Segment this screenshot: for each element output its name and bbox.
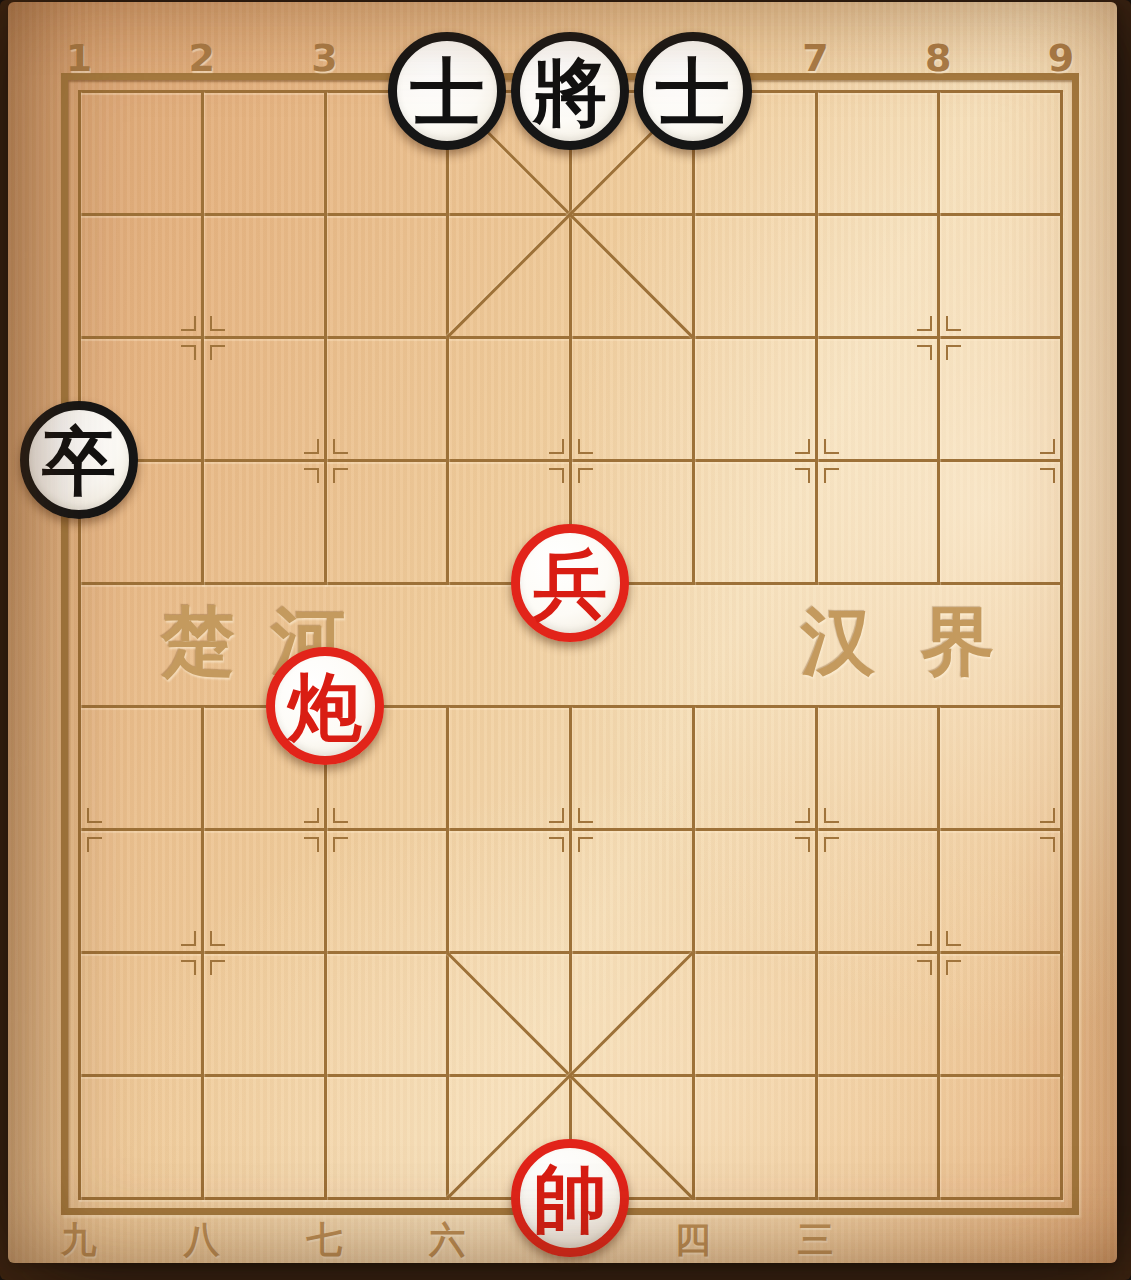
point-mark-3-3-br (333, 468, 348, 483)
xiangqi-screenshot: 123456789九八七六五四三二一楚河汉界 士將士卒兵炮帥 (0, 0, 1131, 1280)
grid-line-v-3-1 (324, 705, 327, 1200)
point-mark-7-6-bl (795, 837, 810, 852)
point-mark-3-6-tr (333, 808, 348, 823)
black-general[interactable]: 將 (511, 32, 629, 150)
top-file-label-2: 2 (189, 36, 215, 80)
black-advisor-left-glyph: 士 (397, 41, 497, 141)
point-mark-8-7-br (946, 960, 961, 975)
point-mark-7-6-tr (824, 808, 839, 823)
bottom-file-label-6: 四 (675, 1216, 711, 1265)
red-general[interactable]: 帥 (511, 1139, 629, 1257)
red-general-glyph: 帥 (520, 1148, 620, 1248)
point-mark-2-2-br (210, 345, 225, 360)
grid-line-v-3-0 (324, 90, 327, 585)
point-mark-3-6-bl (304, 837, 319, 852)
point-mark-2-7-br (210, 960, 225, 975)
red-cannon-glyph: 炮 (275, 656, 375, 756)
point-mark-8-2-tl (917, 316, 932, 331)
point-mark-9-6-tl (1040, 808, 1055, 823)
grid-line-v-8-1 (937, 705, 940, 1200)
grid-line-v-7-0 (815, 90, 818, 585)
point-mark-8-7-bl (917, 960, 932, 975)
grid-line-v-2-0 (201, 90, 204, 585)
top-file-label-3: 3 (311, 36, 337, 80)
point-mark-2-2-tr (210, 316, 225, 331)
black-advisor-right[interactable]: 士 (634, 32, 752, 150)
black-advisor-right-glyph: 士 (643, 41, 743, 141)
point-mark-3-3-tr (333, 439, 348, 454)
point-mark-8-2-bl (917, 345, 932, 360)
point-mark-8-7-tl (917, 931, 932, 946)
black-general-glyph: 將 (520, 41, 620, 141)
point-mark-5-6-tr (578, 808, 593, 823)
point-mark-5-3-tr (578, 439, 593, 454)
point-mark-7-3-tl (795, 439, 810, 454)
top-file-label-9: 9 (1048, 36, 1074, 80)
point-mark-5-3-tl (549, 439, 564, 454)
point-mark-7-3-bl (795, 468, 810, 483)
point-mark-7-6-br (824, 837, 839, 852)
point-mark-2-7-tl (181, 931, 196, 946)
grid-line-v-1-0 (78, 90, 81, 1200)
point-mark-5-3-br (578, 468, 593, 483)
point-mark-7-3-br (824, 468, 839, 483)
point-mark-8-2-tr (946, 316, 961, 331)
top-file-label-8: 8 (925, 36, 951, 80)
point-mark-3-3-tl (304, 439, 319, 454)
red-soldier[interactable]: 兵 (511, 524, 629, 642)
grid-line-v-9-0 (1060, 90, 1063, 1200)
point-mark-1-6-tr (87, 808, 102, 823)
grid-line-v-2-1 (201, 705, 204, 1200)
black-soldier-glyph: 卒 (29, 410, 129, 510)
river-left-char-0: 楚 (161, 593, 235, 693)
point-mark-7-6-tl (795, 808, 810, 823)
black-advisor-left[interactable]: 士 (388, 32, 506, 150)
black-soldier[interactable]: 卒 (20, 401, 138, 519)
bottom-file-label-3: 七 (307, 1216, 343, 1265)
point-mark-9-3-bl (1040, 468, 1055, 483)
point-mark-5-6-br (578, 837, 593, 852)
point-mark-8-7-tr (946, 931, 961, 946)
bottom-file-label-7: 三 (798, 1216, 834, 1265)
point-mark-2-2-bl (181, 345, 196, 360)
bottom-file-label-1: 九 (61, 1216, 97, 1265)
top-file-label-1: 1 (66, 36, 92, 80)
point-mark-5-6-bl (549, 837, 564, 852)
grid-line-v-5-1 (569, 705, 572, 1200)
point-mark-3-6-br (333, 837, 348, 852)
point-mark-2-7-tr (210, 931, 225, 946)
point-mark-1-6-br (87, 837, 102, 852)
top-file-label-7: 7 (802, 36, 828, 80)
grid-line-v-5-0 (569, 90, 572, 585)
river-right-char-1: 界 (921, 593, 995, 693)
grid-line-v-8-0 (937, 90, 940, 585)
bottom-file-label-2: 八 (184, 1216, 220, 1265)
red-cannon[interactable]: 炮 (266, 647, 384, 765)
grid-line-v-7-1 (815, 705, 818, 1200)
point-mark-9-6-bl (1040, 837, 1055, 852)
point-mark-5-6-tl (549, 808, 564, 823)
bottom-file-label-4: 六 (429, 1216, 465, 1265)
point-mark-9-3-tl (1040, 439, 1055, 454)
point-mark-7-3-tr (824, 439, 839, 454)
river-right-char-0: 汉 (801, 593, 875, 693)
red-soldier-glyph: 兵 (520, 533, 620, 633)
point-mark-3-3-bl (304, 468, 319, 483)
xiangqi-board[interactable]: 123456789九八七六五四三二一楚河汉界 士將士卒兵炮帥 (8, 2, 1117, 1263)
point-mark-8-2-br (946, 345, 961, 360)
point-mark-2-2-tl (181, 316, 196, 331)
point-mark-2-7-bl (181, 960, 196, 975)
point-mark-5-3-bl (549, 468, 564, 483)
point-mark-3-6-tl (304, 808, 319, 823)
